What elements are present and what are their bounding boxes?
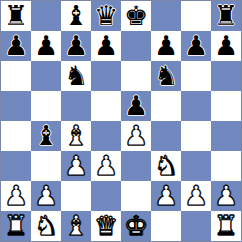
square-g6[interactable] bbox=[181, 61, 211, 91]
piece-white-knight[interactable]: ♞ bbox=[154, 151, 178, 181]
piece-black-pawn[interactable]: ♟ bbox=[4, 31, 28, 61]
square-c2[interactable] bbox=[61, 181, 91, 211]
square-a8[interactable]: ♜ bbox=[1, 1, 31, 31]
square-g7[interactable]: ♟ bbox=[181, 31, 211, 61]
square-e6[interactable] bbox=[121, 61, 151, 91]
piece-white-pawn[interactable]: ♟ bbox=[184, 181, 208, 211]
piece-black-pawn[interactable]: ♟ bbox=[184, 31, 208, 61]
square-d3[interactable]: ♟ bbox=[91, 151, 121, 181]
square-e3[interactable] bbox=[121, 151, 151, 181]
square-e2[interactable] bbox=[121, 181, 151, 211]
square-h8[interactable]: ♜ bbox=[211, 1, 241, 31]
square-d7[interactable]: ♟ bbox=[91, 31, 121, 61]
square-h1[interactable]: ♜ bbox=[211, 211, 241, 241]
piece-white-bishop[interactable]: ♝ bbox=[64, 121, 88, 151]
square-f4[interactable] bbox=[151, 121, 181, 151]
square-f5[interactable] bbox=[151, 91, 181, 121]
square-d6[interactable] bbox=[91, 61, 121, 91]
square-b2[interactable]: ♟ bbox=[31, 181, 61, 211]
piece-black-pawn[interactable]: ♟ bbox=[154, 31, 178, 61]
square-g5[interactable] bbox=[181, 91, 211, 121]
square-a5[interactable] bbox=[1, 91, 31, 121]
square-c3[interactable]: ♟ bbox=[61, 151, 91, 181]
square-a3[interactable] bbox=[1, 151, 31, 181]
square-b7[interactable]: ♟ bbox=[31, 31, 61, 61]
square-a7[interactable]: ♟ bbox=[1, 31, 31, 61]
piece-black-pawn[interactable]: ♟ bbox=[94, 31, 118, 61]
piece-black-rook[interactable]: ♜ bbox=[4, 1, 28, 31]
piece-white-queen[interactable]: ♛ bbox=[94, 211, 118, 241]
square-d5[interactable] bbox=[91, 91, 121, 121]
square-h4[interactable] bbox=[211, 121, 241, 151]
square-e7[interactable] bbox=[121, 31, 151, 61]
piece-black-king[interactable]: ♚ bbox=[124, 1, 148, 31]
square-g3[interactable] bbox=[181, 151, 211, 181]
square-a6[interactable] bbox=[1, 61, 31, 91]
chess-board: ♜♝♛♚♜♟♟♟♟♟♟♟♞♞♟♝♝♟♟♟♞♟♟♟♟♟♜♞♝♛♚♜ bbox=[0, 0, 242, 242]
square-c4[interactable]: ♝ bbox=[61, 121, 91, 151]
piece-white-rook[interactable]: ♜ bbox=[214, 211, 238, 241]
square-b4[interactable]: ♝ bbox=[31, 121, 61, 151]
square-d2[interactable] bbox=[91, 181, 121, 211]
square-d8[interactable]: ♛ bbox=[91, 1, 121, 31]
square-a4[interactable] bbox=[1, 121, 31, 151]
piece-black-pawn[interactable]: ♟ bbox=[34, 31, 58, 61]
square-g8[interactable] bbox=[181, 1, 211, 31]
square-d1[interactable]: ♛ bbox=[91, 211, 121, 241]
piece-black-bishop[interactable]: ♝ bbox=[64, 1, 88, 31]
piece-white-rook[interactable]: ♜ bbox=[4, 211, 28, 241]
square-h2[interactable]: ♟ bbox=[211, 181, 241, 211]
square-f7[interactable]: ♟ bbox=[151, 31, 181, 61]
square-g4[interactable] bbox=[181, 121, 211, 151]
square-c7[interactable]: ♟ bbox=[61, 31, 91, 61]
square-e8[interactable]: ♚ bbox=[121, 1, 151, 31]
square-c5[interactable] bbox=[61, 91, 91, 121]
square-a1[interactable]: ♜ bbox=[1, 211, 31, 241]
square-c8[interactable]: ♝ bbox=[61, 1, 91, 31]
piece-black-pawn[interactable]: ♟ bbox=[64, 31, 88, 61]
piece-black-pawn[interactable]: ♟ bbox=[124, 91, 148, 121]
square-g1[interactable] bbox=[181, 211, 211, 241]
piece-black-pawn[interactable]: ♟ bbox=[214, 31, 238, 61]
square-d4[interactable] bbox=[91, 121, 121, 151]
square-e4[interactable]: ♟ bbox=[121, 121, 151, 151]
square-f1[interactable] bbox=[151, 211, 181, 241]
square-b3[interactable] bbox=[31, 151, 61, 181]
square-c1[interactable]: ♝ bbox=[61, 211, 91, 241]
square-b8[interactable] bbox=[31, 1, 61, 31]
piece-black-bishop[interactable]: ♝ bbox=[34, 121, 58, 151]
piece-white-pawn[interactable]: ♟ bbox=[94, 151, 118, 181]
piece-white-pawn[interactable]: ♟ bbox=[34, 181, 58, 211]
square-b1[interactable]: ♞ bbox=[31, 211, 61, 241]
piece-white-pawn[interactable]: ♟ bbox=[64, 151, 88, 181]
square-h3[interactable] bbox=[211, 151, 241, 181]
piece-black-knight[interactable]: ♞ bbox=[154, 61, 178, 91]
square-a2[interactable]: ♟ bbox=[1, 181, 31, 211]
square-e1[interactable]: ♚ bbox=[121, 211, 151, 241]
square-h5[interactable] bbox=[211, 91, 241, 121]
piece-white-pawn[interactable]: ♟ bbox=[124, 121, 148, 151]
square-f8[interactable] bbox=[151, 1, 181, 31]
square-f6[interactable]: ♞ bbox=[151, 61, 181, 91]
square-b5[interactable] bbox=[31, 91, 61, 121]
square-h7[interactable]: ♟ bbox=[211, 31, 241, 61]
square-f3[interactable]: ♞ bbox=[151, 151, 181, 181]
square-f2[interactable]: ♟ bbox=[151, 181, 181, 211]
piece-white-bishop[interactable]: ♝ bbox=[64, 211, 88, 241]
piece-white-king[interactable]: ♚ bbox=[124, 211, 148, 241]
piece-white-knight[interactable]: ♞ bbox=[34, 211, 58, 241]
square-e5[interactable]: ♟ bbox=[121, 91, 151, 121]
square-g2[interactable]: ♟ bbox=[181, 181, 211, 211]
piece-white-pawn[interactable]: ♟ bbox=[214, 181, 238, 211]
piece-black-rook[interactable]: ♜ bbox=[214, 1, 238, 31]
piece-black-queen[interactable]: ♛ bbox=[94, 1, 118, 31]
piece-black-knight[interactable]: ♞ bbox=[64, 61, 88, 91]
square-b6[interactable] bbox=[31, 61, 61, 91]
square-h6[interactable] bbox=[211, 61, 241, 91]
piece-white-pawn[interactable]: ♟ bbox=[154, 181, 178, 211]
square-c6[interactable]: ♞ bbox=[61, 61, 91, 91]
piece-white-pawn[interactable]: ♟ bbox=[4, 181, 28, 211]
